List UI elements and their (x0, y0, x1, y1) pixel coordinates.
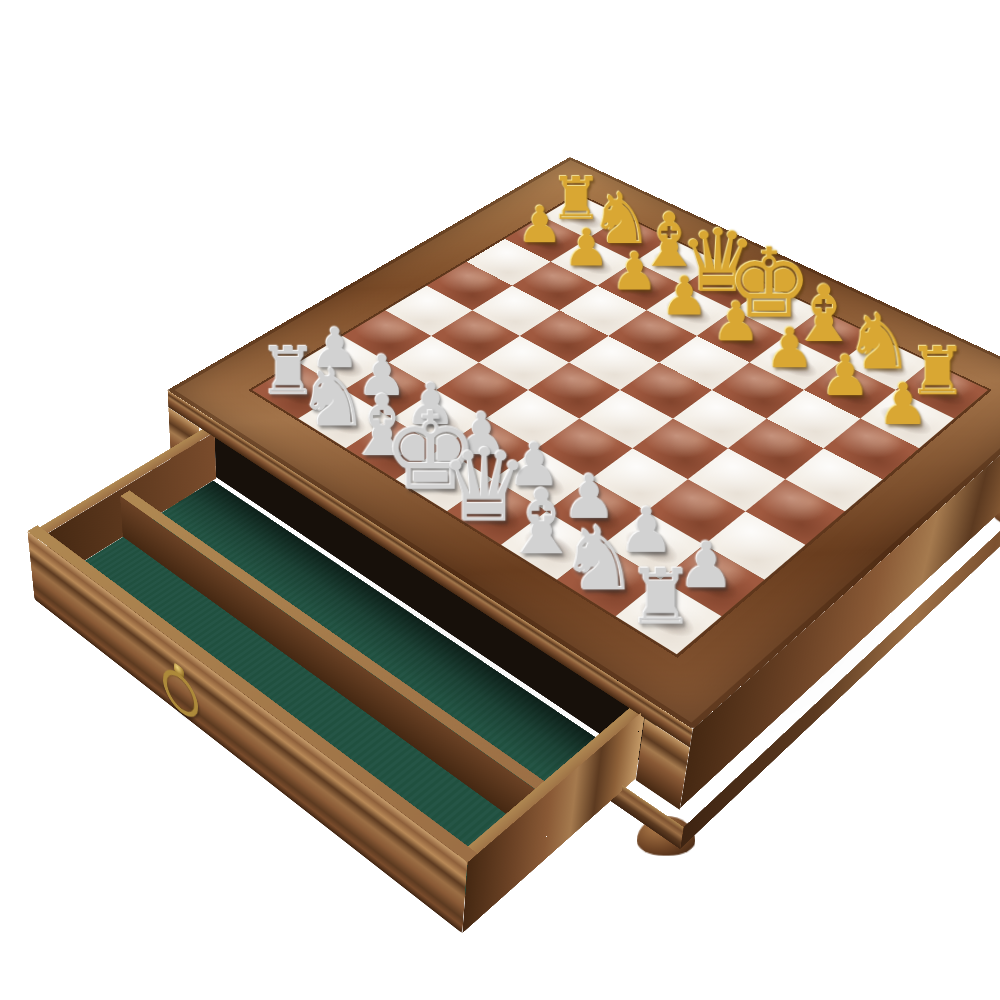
piece-gold-pawn[interactable]: ♟ (517, 200, 562, 248)
piece-gold-pawn[interactable]: ♟ (711, 295, 760, 347)
piece-gold-pawn[interactable]: ♟ (660, 270, 708, 321)
piece-gold-pawn[interactable]: ♟ (611, 246, 658, 296)
piece-gold-pawn[interactable]: ♟ (820, 348, 871, 402)
piece-gold-pawn[interactable]: ♟ (765, 321, 815, 374)
drawer-ring-pull[interactable] (160, 652, 199, 727)
piece-gold-pawn[interactable]: ♟ (877, 376, 929, 431)
piece-silver-rook[interactable]: ♜ (626, 562, 695, 635)
piece-gold-pawn[interactable]: ♟ (563, 223, 609, 272)
scene: ♜♞♝♛♚♝♞♜♟♟♟♟♟♟♟♟♟♟♟♟♟♟♟♟♜♞♝♚♛♝♞♜ (0, 0, 1000, 1000)
square-h4[interactable] (745, 479, 844, 545)
